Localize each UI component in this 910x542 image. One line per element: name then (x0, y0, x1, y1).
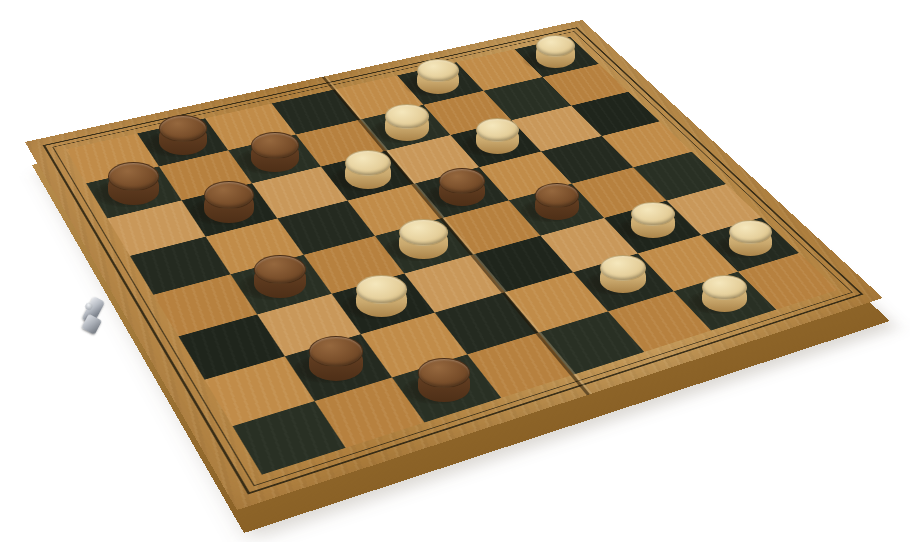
checker-top-face (536, 35, 575, 57)
checker-light[interactable] (600, 255, 646, 293)
checker-top-face (385, 104, 429, 129)
checker-light[interactable] (356, 275, 407, 317)
checker-dark[interactable] (439, 168, 485, 206)
checker-dark[interactable] (204, 181, 254, 223)
checker-dark[interactable] (418, 358, 471, 402)
checker-dark[interactable] (535, 183, 580, 220)
checker-top-face (159, 115, 207, 142)
checker-top-face (356, 275, 407, 304)
product-photo-scene (0, 0, 910, 542)
checker-light[interactable] (345, 150, 392, 189)
checker-light[interactable] (536, 35, 575, 68)
checker-top-face (631, 202, 675, 226)
checker-top-face (439, 168, 485, 194)
checker-light[interactable] (476, 118, 519, 154)
checker-top-face (345, 150, 392, 176)
checker-light[interactable] (729, 220, 772, 255)
checker-top-face (600, 255, 646, 281)
checker-top-face (399, 219, 447, 246)
checker-top-face (251, 132, 298, 159)
checker-top-face (418, 358, 471, 388)
checker-light[interactable] (399, 219, 447, 259)
checker-dark[interactable] (254, 255, 306, 298)
checker-top-face (702, 275, 747, 300)
checker-dark[interactable] (159, 115, 207, 155)
checker-light[interactable] (385, 104, 429, 141)
checker-top-face (204, 181, 254, 209)
checker-top-face (417, 59, 459, 83)
checker-dark[interactable] (251, 132, 298, 171)
checker-top-face (108, 162, 159, 191)
checker-dark[interactable] (108, 162, 159, 204)
checker-top-face (254, 255, 306, 284)
checker-light[interactable] (417, 59, 459, 94)
checker-top-face (309, 336, 363, 366)
checker-light[interactable] (702, 275, 747, 312)
checker-light[interactable] (631, 202, 675, 238)
checker-dark[interactable] (309, 336, 363, 381)
